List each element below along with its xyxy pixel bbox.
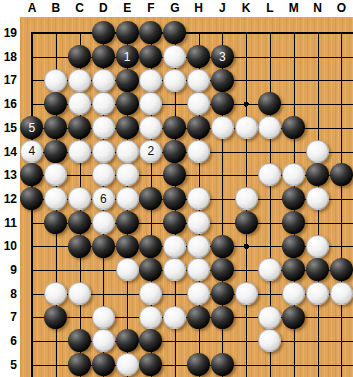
black-stone [44,306,67,329]
black-stone [235,211,258,234]
intersection-D14[interactable] [91,139,115,163]
row-label-7: 7 [0,310,17,324]
black-stone [258,92,281,115]
intersection-H10[interactable] [187,234,211,258]
intersection-C11[interactable] [68,211,92,235]
black-stone [116,92,139,115]
intersection-A19[interactable] [20,21,44,45]
intersection-N11[interactable] [306,211,330,235]
intersection-B8[interactable] [44,282,68,306]
column-label-N: N [313,1,322,16]
intersection-J18[interactable]: 3 [210,45,234,69]
intersection-O14[interactable] [329,139,353,163]
intersection-A10[interactable] [20,234,44,258]
row-label-14: 14 [0,145,17,159]
intersection-E11[interactable] [115,211,139,235]
black-stone [211,282,234,305]
intersection-M6[interactable] [282,329,306,353]
intersection-M15[interactable] [282,116,306,140]
intersection-N16[interactable] [306,92,330,116]
intersection-A14[interactable]: 4 [20,139,44,163]
intersection-M13[interactable] [282,163,306,187]
intersection-C17[interactable] [68,68,92,92]
intersection-F19[interactable] [139,21,163,45]
intersection-O6[interactable] [329,329,353,353]
intersection-E9[interactable] [115,258,139,282]
intersection-M17[interactable] [282,68,306,92]
intersection-E6[interactable] [115,329,139,353]
intersection-K15[interactable] [234,116,258,140]
intersection-E16[interactable] [115,92,139,116]
row-label-8: 8 [0,287,17,301]
intersection-E14[interactable] [115,139,139,163]
intersection-N9[interactable] [306,258,330,282]
intersection-K19[interactable] [234,21,258,45]
column-label-O: O [337,1,346,16]
intersection-K16[interactable] [234,92,258,116]
row-label-10: 10 [0,239,17,253]
black-stone [211,235,234,258]
intersection-J19[interactable] [210,21,234,45]
intersection-J15[interactable] [210,116,234,140]
intersection-M7[interactable] [282,305,306,329]
white-stone [187,92,210,115]
intersection-H16[interactable] [187,92,211,116]
white-stone: 6 [92,187,115,210]
move-number-label: 6 [100,193,107,205]
intersection-K11[interactable] [234,211,258,235]
intersection-O17[interactable] [329,68,353,92]
intersection-E18[interactable]: 1 [115,45,139,69]
intersection-G9[interactable] [163,258,187,282]
white-stone [330,282,353,305]
intersection-G18[interactable] [163,45,187,69]
column-label-E: E [123,1,131,16]
intersection-M10[interactable] [282,234,306,258]
row-label-6: 6 [0,334,17,348]
intersection-F10[interactable] [139,234,163,258]
intersection-C7[interactable] [68,305,92,329]
intersection-A15[interactable]: 5 [20,116,44,140]
intersection-L5[interactable] [258,353,282,377]
intersection-G12[interactable] [163,187,187,211]
intersection-G11[interactable] [163,211,187,235]
white-stone [92,306,115,329]
intersection-A13[interactable] [20,163,44,187]
intersection-O18[interactable] [329,45,353,69]
intersection-M19[interactable] [282,21,306,45]
intersection-B15[interactable] [44,116,68,140]
intersection-C6[interactable] [68,329,92,353]
intersection-C8[interactable] [68,282,92,306]
intersection-N10[interactable] [306,234,330,258]
intersection-G17[interactable] [163,68,187,92]
white-stone [68,92,91,115]
intersection-M18[interactable] [282,45,306,69]
intersection-G16[interactable] [163,92,187,116]
intersection-D15[interactable] [91,116,115,140]
black-stone [116,329,139,352]
white-stone [235,282,258,305]
intersection-B6[interactable] [44,329,68,353]
intersection-O16[interactable] [329,92,353,116]
intersection-L13[interactable] [258,163,282,187]
intersection-A5[interactable] [20,353,44,377]
intersection-M12[interactable] [282,187,306,211]
intersection-B18[interactable] [44,45,68,69]
white-stone [139,116,162,139]
white-stone [187,140,210,163]
intersection-D18[interactable] [91,45,115,69]
intersection-F12[interactable] [139,187,163,211]
intersection-J16[interactable] [210,92,234,116]
black-stone [92,353,115,376]
intersection-N19[interactable] [306,21,330,45]
intersection-M16[interactable] [282,92,306,116]
intersection-A12[interactable] [20,187,44,211]
intersection-B9[interactable] [44,258,68,282]
intersection-F6[interactable] [139,329,163,353]
black-stone: 1 [116,45,139,68]
intersection-J9[interactable] [210,258,234,282]
intersection-H5[interactable] [187,353,211,377]
black-stone [116,69,139,92]
intersection-L10[interactable] [258,234,282,258]
intersection-C16[interactable] [68,92,92,116]
intersection-O9[interactable] [329,258,353,282]
intersection-J17[interactable] [210,68,234,92]
black-stone [163,21,186,44]
white-stone [235,116,258,139]
black-stone [92,21,115,44]
intersection-D6[interactable] [91,329,115,353]
intersection-B10[interactable] [44,234,68,258]
intersection-H8[interactable] [187,282,211,306]
intersection-H15[interactable] [187,116,211,140]
intersection-C5[interactable] [68,353,92,377]
intersection-G10[interactable] [163,234,187,258]
intersection-A6[interactable] [20,329,44,353]
intersection-M8[interactable] [282,282,306,306]
black-stone [20,163,43,186]
intersection-K12[interactable] [234,187,258,211]
white-stone [187,187,210,210]
white-stone [116,187,139,210]
white-stone [163,235,186,258]
black-stone [211,258,234,281]
intersection-C10[interactable] [68,234,92,258]
black-stone [68,45,91,68]
intersection-M5[interactable] [282,353,306,377]
intersection-E5[interactable] [115,353,139,377]
row-label-11: 11 [0,216,17,230]
intersection-H18[interactable] [187,45,211,69]
intersection-E13[interactable] [115,163,139,187]
intersection-H14[interactable] [187,139,211,163]
intersection-K14[interactable] [234,139,258,163]
intersection-O8[interactable] [329,282,353,306]
intersection-L6[interactable] [258,329,282,353]
black-stone [116,235,139,258]
column-label-B: B [51,1,60,16]
intersection-C14[interactable] [68,139,92,163]
intersection-K8[interactable] [234,282,258,306]
black-stone [139,353,162,376]
intersection-L8[interactable] [258,282,282,306]
row-label-13: 13 [0,168,17,182]
intersection-J12[interactable] [210,187,234,211]
intersection-B14[interactable] [44,139,68,163]
intersection-D9[interactable] [91,258,115,282]
white-stone [187,282,210,305]
intersection-E15[interactable] [115,116,139,140]
intersection-L18[interactable] [258,45,282,69]
intersection-N7[interactable] [306,305,330,329]
white-stone [306,187,329,210]
intersection-J11[interactable] [210,211,234,235]
intersection-N17[interactable] [306,68,330,92]
column-label-M: M [289,1,299,16]
intersection-B12[interactable] [44,187,68,211]
move-number-label: 3 [219,51,226,63]
intersection-B7[interactable] [44,305,68,329]
intersection-B17[interactable] [44,68,68,92]
black-stone [116,21,139,44]
intersection-O10[interactable] [329,234,353,258]
intersection-N5[interactable] [306,353,330,377]
intersection-H13[interactable] [187,163,211,187]
intersection-M11[interactable] [282,211,306,235]
row-label-12: 12 [0,192,17,206]
row-label-9: 9 [0,263,17,277]
black-stone [282,187,305,210]
intersection-L17[interactable] [258,68,282,92]
intersection-E17[interactable] [115,68,139,92]
white-stone [306,140,329,163]
intersection-F9[interactable] [139,258,163,282]
black-stone [211,353,234,376]
intersection-H6[interactable] [187,329,211,353]
white-stone [258,163,281,186]
white-stone [92,69,115,92]
white-stone [68,187,91,210]
intersection-O13[interactable] [329,163,353,187]
black-stone [68,329,91,352]
intersection-K18[interactable] [234,45,258,69]
intersection-D13[interactable] [91,163,115,187]
intersection-O7[interactable] [329,305,353,329]
intersection-K6[interactable] [234,329,258,353]
row-label-5: 5 [0,358,17,372]
intersection-H19[interactable] [187,21,211,45]
black-stone [92,235,115,258]
intersection-B11[interactable] [44,211,68,235]
intersection-M14[interactable] [282,139,306,163]
intersection-L14[interactable] [258,139,282,163]
intersection-L15[interactable] [258,116,282,140]
intersection-B5[interactable] [44,353,68,377]
intersection-H11[interactable] [187,211,211,235]
intersection-O5[interactable] [329,353,353,377]
intersection-N14[interactable] [306,139,330,163]
white-stone [187,258,210,281]
intersection-F17[interactable] [139,68,163,92]
intersection-D5[interactable] [91,353,115,377]
intersection-D10[interactable] [91,234,115,258]
intersection-D17[interactable] [91,68,115,92]
intersection-J5[interactable] [210,353,234,377]
intersection-D7[interactable] [91,305,115,329]
intersection-L9[interactable] [258,258,282,282]
intersection-F5[interactable] [139,353,163,377]
intersection-O15[interactable] [329,116,353,140]
white-stone [258,329,281,352]
intersection-N8[interactable] [306,282,330,306]
intersection-K13[interactable] [234,163,258,187]
intersection-N13[interactable] [306,163,330,187]
intersection-H9[interactable] [187,258,211,282]
white-stone [282,163,305,186]
intersection-A17[interactable] [20,68,44,92]
black-stone [330,163,353,186]
intersection-L12[interactable] [258,187,282,211]
intersection-F16[interactable] [139,92,163,116]
intersection-L11[interactable] [258,211,282,235]
intersection-D16[interactable] [91,92,115,116]
white-stone [116,140,139,163]
intersection-A16[interactable] [20,92,44,116]
white-stone [68,69,91,92]
intersection-K9[interactable] [234,258,258,282]
intersection-B16[interactable] [44,92,68,116]
intersection-H12[interactable] [187,187,211,211]
intersection-E12[interactable] [115,187,139,211]
intersection-N18[interactable] [306,45,330,69]
black-stone [44,92,67,115]
intersection-C13[interactable] [68,163,92,187]
white-stone [44,163,67,186]
intersection-G15[interactable] [163,116,187,140]
black-stone [163,116,186,139]
intersection-H7[interactable] [187,305,211,329]
intersection-E19[interactable] [115,21,139,45]
intersection-K10[interactable] [234,234,258,258]
black-stone [44,140,67,163]
intersection-G6[interactable] [163,329,187,353]
intersection-D11[interactable] [91,211,115,235]
intersection-O11[interactable] [329,211,353,235]
intersection-E8[interactable] [115,282,139,306]
intersection-L7[interactable] [258,305,282,329]
intersection-L16[interactable] [258,92,282,116]
intersection-L19[interactable] [258,21,282,45]
black-stone: 3 [211,45,234,68]
intersection-A8[interactable] [20,282,44,306]
intersection-G14[interactable] [163,139,187,163]
black-stone [116,116,139,139]
intersection-D12[interactable]: 6 [91,187,115,211]
intersection-H17[interactable] [187,68,211,92]
intersection-D8[interactable] [91,282,115,306]
intersection-A7[interactable] [20,305,44,329]
intersection-C12[interactable] [68,187,92,211]
black-stone [306,258,329,281]
intersection-B13[interactable] [44,163,68,187]
intersection-F11[interactable] [139,211,163,235]
intersection-O19[interactable] [329,21,353,45]
intersection-F8[interactable] [139,282,163,306]
intersection-J6[interactable] [210,329,234,353]
white-stone: 2 [139,140,162,163]
intersection-F15[interactable] [139,116,163,140]
intersection-G19[interactable] [163,21,187,45]
intersection-K7[interactable] [234,305,258,329]
intersection-K5[interactable] [234,353,258,377]
white-stone [163,69,186,92]
row-label-19: 19 [0,26,17,40]
intersection-G7[interactable] [163,305,187,329]
white-stone: 4 [20,140,43,163]
row-label-18: 18 [0,50,17,64]
column-label-H: H [194,1,203,16]
intersection-C9[interactable] [68,258,92,282]
intersection-C18[interactable] [68,45,92,69]
row-label-16: 16 [0,97,17,111]
intersection-E10[interactable] [115,234,139,258]
stones-grid: 135426 [20,21,353,376]
intersection-J8[interactable] [210,282,234,306]
intersection-E7[interactable] [115,305,139,329]
intersection-A18[interactable] [20,45,44,69]
intersection-G13[interactable] [163,163,187,187]
intersection-A11[interactable] [20,211,44,235]
intersection-K17[interactable] [234,68,258,92]
intersection-J10[interactable] [210,234,234,258]
intersection-J14[interactable] [210,139,234,163]
intersection-D19[interactable] [91,21,115,45]
white-stone [187,235,210,258]
intersection-G5[interactable] [163,353,187,377]
intersection-C19[interactable] [68,21,92,45]
black-stone [211,92,234,115]
black-stone [187,306,210,329]
intersection-J7[interactable] [210,305,234,329]
intersection-M9[interactable] [282,258,306,282]
white-stone [258,306,281,329]
column-label-F: F [147,1,154,16]
intersection-N15[interactable] [306,116,330,140]
intersection-C15[interactable] [68,116,92,140]
intersection-F7[interactable] [139,305,163,329]
white-stone [92,116,115,139]
intersection-A9[interactable] [20,258,44,282]
intersection-F13[interactable] [139,163,163,187]
row-label-17: 17 [0,73,17,87]
intersection-F14[interactable]: 2 [139,139,163,163]
white-stone [306,282,329,305]
intersection-J13[interactable] [210,163,234,187]
intersection-B19[interactable] [44,21,68,45]
move-number-label: 2 [148,145,155,157]
white-stone [92,329,115,352]
intersection-G8[interactable] [163,282,187,306]
intersection-N12[interactable] [306,187,330,211]
intersection-F18[interactable] [139,45,163,69]
intersection-N6[interactable] [306,329,330,353]
move-number-label: 4 [29,145,36,157]
intersection-O12[interactable] [329,187,353,211]
black-stone [306,163,329,186]
